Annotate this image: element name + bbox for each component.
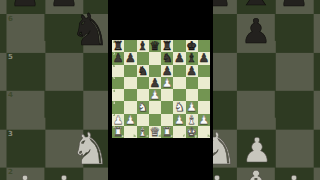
square-f8[interactable]	[173, 40, 185, 52]
rank-label-6: 6	[113, 65, 115, 68]
square-d5[interactable]: ♟	[149, 77, 161, 89]
piece-black-n-e7[interactable]: ♞	[161, 52, 173, 64]
piece-black-p-e6[interactable]: ♟	[161, 65, 173, 77]
square-a1[interactable]: 1a♜	[112, 126, 124, 138]
bg-black-knight-c6: ♞	[70, 8, 109, 52]
square-g8[interactable]: ♚	[186, 40, 198, 52]
rank-label-3: 3	[113, 102, 115, 105]
piece-white-p-h2[interactable]: ♟	[198, 114, 210, 126]
square-c3[interactable]: ♞	[137, 101, 149, 113]
chess-board: 8♜♝♛♜♚7♟♟♞♟♝♟6♞♟♟5♟♟4♟3♞♞♟2♟♟♟♝♟1a♜bc♝d♛…	[112, 40, 210, 138]
bg-white-pawn-a2: ♟	[10, 171, 40, 180]
bg-black-pawn-g6: ♟	[241, 14, 271, 48]
piece-white-n-f3[interactable]: ♞	[173, 101, 185, 113]
bg-rank-digit-5: 5	[8, 54, 13, 61]
piece-white-b-g2[interactable]: ♝	[186, 114, 198, 126]
square-d8[interactable]: ♛	[149, 40, 161, 52]
square-h5[interactable]	[198, 77, 210, 89]
piece-white-p-e5[interactable]: ♟	[161, 77, 173, 89]
square-g5[interactable]	[186, 77, 198, 89]
square-c4[interactable]	[137, 89, 149, 101]
square-e3[interactable]	[161, 101, 173, 113]
rank-label-7: 7	[113, 53, 115, 56]
square-b7[interactable]: ♟	[124, 52, 136, 64]
square-a5[interactable]: 5	[112, 77, 124, 89]
square-b5[interactable]	[124, 77, 136, 89]
square-h6[interactable]	[198, 65, 210, 77]
square-h7[interactable]: ♟	[198, 52, 210, 64]
square-b2[interactable]: ♟	[124, 114, 136, 126]
square-f1[interactable]: f	[173, 126, 185, 138]
square-f4[interactable]	[173, 89, 185, 101]
square-g6[interactable]: ♟	[186, 65, 198, 77]
square-e7[interactable]: ♞	[161, 52, 173, 64]
square-f7[interactable]: ♟	[173, 52, 185, 64]
square-h3[interactable]	[198, 101, 210, 113]
square-c6[interactable]: ♞	[137, 65, 149, 77]
bg-white-bishop-g2: ♝	[237, 166, 275, 180]
square-d1[interactable]: d♛	[149, 126, 161, 138]
piece-black-b-c8[interactable]: ♝	[137, 40, 149, 52]
square-g1[interactable]: g♚	[186, 126, 198, 138]
bg-black-pawn-h7: ♟	[279, 0, 309, 11]
piece-black-p-h7[interactable]: ♟	[198, 52, 210, 64]
piece-black-p-d5[interactable]: ♟	[149, 77, 161, 89]
piece-white-p-f2[interactable]: ♟	[173, 114, 185, 126]
bg-white-pawn-b2: ♟	[49, 171, 79, 180]
piece-black-q-d8[interactable]: ♛	[149, 40, 161, 52]
piece-black-p-g6[interactable]: ♟	[186, 65, 198, 77]
square-c7[interactable]	[137, 52, 149, 64]
square-b1[interactable]: b	[124, 126, 136, 138]
square-c2[interactable]	[137, 114, 149, 126]
square-a6[interactable]: 6	[112, 65, 124, 77]
square-e6[interactable]: ♟	[161, 65, 173, 77]
square-g4[interactable]	[186, 89, 198, 101]
square-d7[interactable]	[149, 52, 161, 64]
square-h1[interactable]: h	[198, 126, 210, 138]
square-h2[interactable]: ♟	[198, 114, 210, 126]
piece-white-n-c3[interactable]: ♞	[137, 101, 149, 113]
square-a2[interactable]: 2♟	[112, 114, 124, 126]
piece-black-k-g8[interactable]: ♚	[186, 40, 198, 52]
square-d6[interactable]	[149, 65, 161, 77]
square-g2[interactable]: ♝	[186, 114, 198, 126]
square-b8[interactable]	[124, 40, 136, 52]
square-b4[interactable]	[124, 89, 136, 101]
square-e5[interactable]: ♟	[161, 77, 173, 89]
file-label-h: h	[207, 134, 209, 137]
square-d4[interactable]: ♟	[149, 89, 161, 101]
square-e4[interactable]	[161, 89, 173, 101]
piece-white-p-d4[interactable]: ♟	[149, 89, 161, 101]
bg-rank-digit-4: 4	[8, 92, 13, 99]
square-f2[interactable]: ♟	[173, 114, 185, 126]
bg-rank-digit-2: 2	[8, 169, 13, 176]
bg-black-pawn-a7: ♟	[10, 0, 40, 11]
square-e1[interactable]: e♜	[161, 126, 173, 138]
rank-label-5: 5	[113, 77, 115, 80]
bg-white-pawn-h2: ♟	[279, 171, 309, 180]
piece-black-p-b7[interactable]: ♟	[124, 52, 136, 64]
square-h8[interactable]	[198, 40, 210, 52]
rank-label-2: 2	[113, 114, 115, 117]
piece-black-b-g7[interactable]: ♝	[186, 52, 198, 64]
rank-label-8: 8	[113, 41, 115, 44]
bg-rank-digit-6: 6	[8, 16, 13, 23]
piece-black-n-c6[interactable]: ♞	[137, 65, 149, 77]
square-c5[interactable]	[137, 77, 149, 89]
square-g3[interactable]: ♟	[186, 101, 198, 113]
piece-white-p-b2[interactable]: ♟	[124, 114, 136, 126]
square-a7[interactable]: 7♟	[112, 52, 124, 64]
square-a8[interactable]: 8♜	[112, 40, 124, 52]
piece-black-r-e8[interactable]: ♜	[161, 40, 173, 52]
square-e2[interactable]	[161, 114, 173, 126]
square-a4[interactable]: 4	[112, 89, 124, 101]
rank-label-1: 1	[113, 126, 115, 129]
square-h4[interactable]	[198, 89, 210, 101]
bg-rank-digit-3: 3	[8, 131, 13, 138]
piece-white-p-g3[interactable]: ♟	[186, 101, 198, 113]
square-f5[interactable]	[173, 77, 185, 89]
square-d3[interactable]	[149, 101, 161, 113]
square-g7[interactable]: ♝	[186, 52, 198, 64]
rank-label-4: 4	[113, 90, 115, 93]
square-f3[interactable]: ♞	[173, 101, 185, 113]
square-f6[interactable]	[173, 65, 185, 77]
piece-black-p-f7[interactable]: ♟	[173, 52, 185, 64]
square-b6[interactable]	[124, 65, 136, 77]
square-a3[interactable]: 3	[112, 101, 124, 113]
square-c8[interactable]: ♝	[137, 40, 149, 52]
square-e8[interactable]: ♜	[161, 40, 173, 52]
square-b3[interactable]	[124, 101, 136, 113]
square-d2[interactable]	[149, 114, 161, 126]
square-c1[interactable]: c♝	[137, 126, 149, 138]
bg-white-knight-c3: ♞	[70, 127, 109, 171]
